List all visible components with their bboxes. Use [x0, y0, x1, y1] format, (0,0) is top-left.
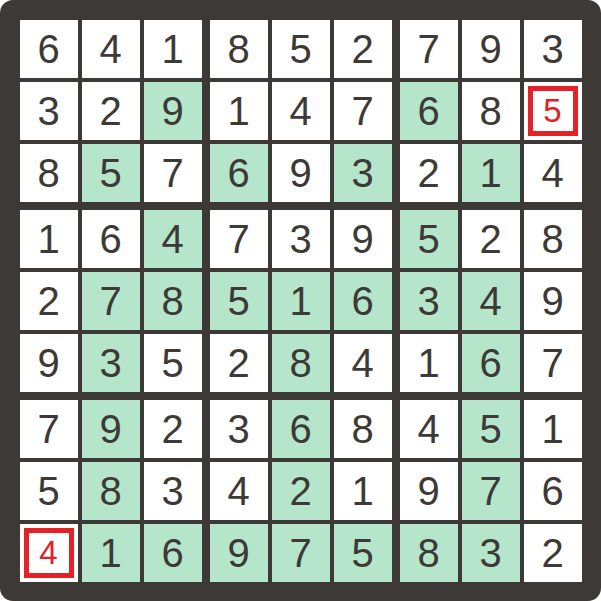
cell-digit: 6 — [37, 29, 59, 69]
cell-r3c9[interactable]: 4 — [524, 144, 582, 202]
cell-r9c6[interactable]: 5 — [334, 524, 392, 582]
cell-digit: 4 — [541, 153, 563, 193]
cell-r3c6[interactable]: 3 — [334, 144, 392, 202]
cell-digit: 6 — [161, 533, 183, 573]
cell-digit: 1 — [541, 409, 563, 449]
cell-digit: 1 — [99, 533, 121, 573]
cell-r3c2[interactable]: 5 — [82, 144, 140, 202]
cell-r6c3[interactable]: 5 — [144, 334, 202, 392]
cell-digit: 2 — [227, 343, 249, 383]
cell-digit: 9 — [289, 153, 311, 193]
cell-r5c8[interactable]: 4 — [462, 272, 520, 330]
cell-r2c4[interactable]: 1 — [210, 82, 268, 140]
cell-digit: 8 — [161, 281, 183, 321]
cell-digit: 4 — [351, 343, 373, 383]
cell-digit: 3 — [541, 29, 563, 69]
cell-digit: 3 — [161, 471, 183, 511]
cell-digit: 8 — [351, 409, 373, 449]
cell-r8c2[interactable]: 8 — [82, 462, 140, 520]
cell-r6c5[interactable]: 8 — [272, 334, 330, 392]
sudoku-box-1-2: 852147693 — [210, 20, 392, 202]
cell-digit: 8 — [289, 343, 311, 383]
cell-digit: 7 — [479, 471, 501, 511]
sudoku-box-2-3: 528349167 — [400, 210, 582, 392]
sudoku-box-2-2: 739516284 — [210, 210, 392, 392]
cell-r2c9[interactable]: 5 — [524, 82, 582, 140]
cell-r6c2[interactable]: 3 — [82, 334, 140, 392]
cell-digit: 1 — [227, 91, 249, 131]
cell-r2c2[interactable]: 2 — [82, 82, 140, 140]
cell-digit: 2 — [351, 29, 373, 69]
cell-r9c5[interactable]: 7 — [272, 524, 330, 582]
cell-digit: 5 — [543, 94, 561, 127]
cell-r2c1[interactable]: 3 — [20, 82, 78, 140]
cell-r4c4[interactable]: 7 — [210, 210, 268, 268]
cell-r5c6[interactable]: 6 — [334, 272, 392, 330]
cell-r9c4[interactable]: 9 — [210, 524, 268, 582]
sudoku-board: 6413298578521476937936852141642789357395… — [0, 0, 601, 601]
cell-r9c2[interactable]: 1 — [82, 524, 140, 582]
cell-r7c8[interactable]: 5 — [462, 400, 520, 458]
cell-digit: 5 — [161, 343, 183, 383]
sudoku-grid: 6413298578521476937936852141642789357395… — [20, 20, 582, 582]
sudoku-box-1-1: 641329857 — [20, 20, 202, 202]
cell-r6c8[interactable]: 6 — [462, 334, 520, 392]
cell-r8c9[interactable]: 6 — [524, 462, 582, 520]
sudoku-box-3-1: 792583416 — [20, 400, 202, 582]
cell-r1c5[interactable]: 5 — [272, 20, 330, 78]
cell-digit: 1 — [37, 219, 59, 259]
cell-digit: 3 — [479, 533, 501, 573]
cell-digit: 8 — [37, 153, 59, 193]
cell-r2c6[interactable]: 7 — [334, 82, 392, 140]
cell-digit: 8 — [479, 91, 501, 131]
cell-r7c1[interactable]: 7 — [20, 400, 78, 458]
sudoku-box-1-3: 793685214 — [400, 20, 582, 202]
cell-r5c1[interactable]: 2 — [20, 272, 78, 330]
cell-digit: 9 — [227, 533, 249, 573]
cell-digit: 5 — [289, 29, 311, 69]
cell-digit: 3 — [417, 281, 439, 321]
cell-r1c6[interactable]: 2 — [334, 20, 392, 78]
cell-r9c9[interactable]: 2 — [524, 524, 582, 582]
cell-digit: 5 — [417, 219, 439, 259]
cell-r4c5[interactable]: 3 — [272, 210, 330, 268]
cell-r9c7[interactable]: 8 — [400, 524, 458, 582]
cell-r7c6[interactable]: 8 — [334, 400, 392, 458]
cell-digit: 9 — [479, 29, 501, 69]
cell-digit: 7 — [417, 29, 439, 69]
cell-r4c8[interactable]: 2 — [462, 210, 520, 268]
cell-digit: 2 — [161, 409, 183, 449]
cell-r6c4[interactable]: 2 — [210, 334, 268, 392]
cell-digit: 7 — [227, 219, 249, 259]
cell-digit: 1 — [161, 29, 183, 69]
sudoku-box-2-1: 164278935 — [20, 210, 202, 392]
cell-digit: 3 — [289, 219, 311, 259]
cell-r1c9[interactable]: 3 — [524, 20, 582, 78]
cell-digit: 5 — [227, 281, 249, 321]
cell-r5c9[interactable]: 9 — [524, 272, 582, 330]
cell-digit: 2 — [99, 91, 121, 131]
cell-r4c1[interactable]: 1 — [20, 210, 78, 268]
cell-r8c8[interactable]: 7 — [462, 462, 520, 520]
cell-r4c2[interactable]: 6 — [82, 210, 140, 268]
cell-r3c4[interactable]: 6 — [210, 144, 268, 202]
cell-r6c6[interactable]: 4 — [334, 334, 392, 392]
cell-digit: 9 — [541, 281, 563, 321]
cell-r6c7[interactable]: 1 — [400, 334, 458, 392]
cell-r8c1[interactable]: 5 — [20, 462, 78, 520]
cell-r1c3[interactable]: 1 — [144, 20, 202, 78]
sudoku-box-3-2: 368421975 — [210, 400, 392, 582]
cell-digit: 6 — [289, 409, 311, 449]
cell-r4c6[interactable]: 9 — [334, 210, 392, 268]
cell-digit: 1 — [289, 281, 311, 321]
cell-r8c7[interactable]: 9 — [400, 462, 458, 520]
cell-digit: 4 — [99, 29, 121, 69]
cell-digit: 3 — [351, 153, 373, 193]
cell-digit: 4 — [39, 536, 57, 569]
sudoku-box-3-3: 451976832 — [400, 400, 582, 582]
cell-r7c7[interactable]: 4 — [400, 400, 458, 458]
cell-digit: 9 — [351, 219, 373, 259]
cell-r3c3[interactable]: 7 — [144, 144, 202, 202]
cell-r7c9[interactable]: 1 — [524, 400, 582, 458]
cell-digit: 4 — [479, 281, 501, 321]
cell-r7c4[interactable]: 3 — [210, 400, 268, 458]
cell-digit: 1 — [479, 153, 501, 193]
cell-r3c7[interactable]: 2 — [400, 144, 458, 202]
cell-r1c8[interactable]: 9 — [462, 20, 520, 78]
cell-digit: 7 — [37, 409, 59, 449]
cell-digit: 2 — [417, 153, 439, 193]
cell-digit: 3 — [99, 343, 121, 383]
cell-digit: 7 — [99, 281, 121, 321]
cell-digit: 9 — [417, 471, 439, 511]
cell-r9c1[interactable]: 4 — [20, 524, 78, 582]
cell-digit: 2 — [289, 471, 311, 511]
cell-digit: 4 — [289, 91, 311, 131]
cell-digit: 6 — [479, 343, 501, 383]
cell-digit: 7 — [351, 91, 373, 131]
cell-r5c7[interactable]: 3 — [400, 272, 458, 330]
cell-r8c3[interactable]: 3 — [144, 462, 202, 520]
cell-r8c6[interactable]: 1 — [334, 462, 392, 520]
cell-digit: 9 — [37, 343, 59, 383]
cell-digit: 5 — [99, 153, 121, 193]
cell-digit: 8 — [417, 533, 439, 573]
cell-digit: 4 — [161, 219, 183, 259]
cell-digit: 8 — [541, 219, 563, 259]
cell-r5c3[interactable]: 8 — [144, 272, 202, 330]
cell-digit: 7 — [161, 153, 183, 193]
cell-r1c7[interactable]: 7 — [400, 20, 458, 78]
cell-digit: 4 — [227, 471, 249, 511]
cell-digit: 8 — [227, 29, 249, 69]
cell-r3c5[interactable]: 9 — [272, 144, 330, 202]
cell-digit: 6 — [351, 281, 373, 321]
cell-r2c8[interactable]: 8 — [462, 82, 520, 140]
cell-r4c7[interactable]: 5 — [400, 210, 458, 268]
cell-digit: 6 — [227, 153, 249, 193]
cell-digit: 8 — [99, 471, 121, 511]
cell-r1c1[interactable]: 6 — [20, 20, 78, 78]
cell-r6c9[interactable]: 7 — [524, 334, 582, 392]
cell-r4c3[interactable]: 4 — [144, 210, 202, 268]
cell-digit: 9 — [161, 91, 183, 131]
cell-r2c3[interactable]: 9 — [144, 82, 202, 140]
cell-r7c5[interactable]: 6 — [272, 400, 330, 458]
cell-digit: 2 — [479, 219, 501, 259]
cell-digit: 2 — [37, 281, 59, 321]
red-highlight-frame: 5 — [528, 86, 578, 136]
cell-r9c8[interactable]: 3 — [462, 524, 520, 582]
cell-digit: 2 — [541, 533, 563, 573]
cell-r7c2[interactable]: 9 — [82, 400, 140, 458]
cell-r4c9[interactable]: 8 — [524, 210, 582, 268]
cell-digit: 6 — [417, 91, 439, 131]
cell-digit: 1 — [351, 471, 373, 511]
cell-digit: 4 — [417, 409, 439, 449]
red-highlight-frame: 4 — [24, 528, 74, 578]
cell-digit: 3 — [227, 409, 249, 449]
cell-digit: 7 — [541, 343, 563, 383]
cell-digit: 7 — [289, 533, 311, 573]
cell-r5c5[interactable]: 1 — [272, 272, 330, 330]
cell-digit: 6 — [99, 219, 121, 259]
cell-digit: 5 — [37, 471, 59, 511]
cell-digit: 5 — [351, 533, 373, 573]
cell-r8c5[interactable]: 2 — [272, 462, 330, 520]
cell-r2c5[interactable]: 4 — [272, 82, 330, 140]
cell-r1c2[interactable]: 4 — [82, 20, 140, 78]
cell-r2c7[interactable]: 6 — [400, 82, 458, 140]
cell-r5c4[interactable]: 5 — [210, 272, 268, 330]
cell-r3c8[interactable]: 1 — [462, 144, 520, 202]
cell-digit: 6 — [541, 471, 563, 511]
cell-digit: 1 — [417, 343, 439, 383]
cell-digit: 5 — [479, 409, 501, 449]
cell-r5c2[interactable]: 7 — [82, 272, 140, 330]
cell-r6c1[interactable]: 9 — [20, 334, 78, 392]
cell-r7c3[interactable]: 2 — [144, 400, 202, 458]
cell-r1c4[interactable]: 8 — [210, 20, 268, 78]
cell-r9c3[interactable]: 6 — [144, 524, 202, 582]
cell-r8c4[interactable]: 4 — [210, 462, 268, 520]
cell-r3c1[interactable]: 8 — [20, 144, 78, 202]
cell-digit: 9 — [99, 409, 121, 449]
cell-digit: 3 — [37, 91, 59, 131]
